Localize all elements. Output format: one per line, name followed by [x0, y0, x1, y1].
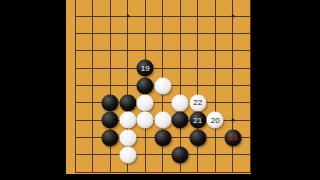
black-stone[interactable] [172, 112, 189, 129]
grid-line-horizontal [75, 50, 251, 51]
white-stone[interactable] [137, 112, 154, 129]
white-stone[interactable] [137, 94, 154, 111]
numbered-white-stone-22[interactable]: 22 [189, 94, 206, 111]
grid-line-horizontal [75, 154, 251, 155]
white-stone[interactable] [119, 112, 136, 129]
numbered-white-stone-20[interactable]: 20 [207, 112, 224, 129]
move-number-label: 19 [141, 64, 150, 72]
grid-line-vertical [215, 0, 216, 172]
grid-line-vertical [197, 0, 198, 172]
white-stone[interactable] [154, 112, 171, 129]
black-stone[interactable] [119, 94, 136, 111]
numbered-black-stone-23[interactable]: 23 [224, 129, 241, 146]
numbered-black-stone-19[interactable]: 19 [137, 60, 154, 77]
star-point [231, 119, 234, 122]
grid-line-horizontal [75, 172, 251, 173]
letterbox-background: 1922212023 [0, 0, 320, 180]
move-number-label: 21 [193, 116, 202, 124]
grid-line-horizontal [75, 68, 251, 69]
white-stone[interactable] [172, 94, 189, 111]
move-number-label: 22 [193, 99, 202, 107]
grid-line-vertical [250, 0, 251, 172]
grid-line-vertical [75, 0, 76, 172]
go-board[interactable]: 1922212023 [66, 0, 251, 174]
star-point [126, 15, 129, 18]
grid-line-vertical [110, 0, 111, 172]
grid-line-horizontal [75, 16, 251, 17]
grid-line-vertical [92, 0, 93, 172]
white-stone[interactable] [119, 129, 136, 146]
move-number-label: 20 [211, 116, 220, 124]
black-stone[interactable] [102, 94, 119, 111]
black-stone[interactable] [172, 146, 189, 163]
move-number-label: 23 [228, 134, 237, 142]
numbered-black-stone-21[interactable]: 21 [189, 112, 206, 129]
white-stone[interactable] [154, 77, 171, 94]
black-stone[interactable] [154, 129, 171, 146]
grid-line-horizontal [75, 33, 251, 34]
star-point [231, 15, 234, 18]
black-stone[interactable] [137, 77, 154, 94]
black-stone[interactable] [102, 129, 119, 146]
grid-line-vertical [232, 0, 233, 172]
black-stone[interactable] [189, 129, 206, 146]
black-stone[interactable] [102, 112, 119, 129]
white-stone[interactable] [119, 146, 136, 163]
